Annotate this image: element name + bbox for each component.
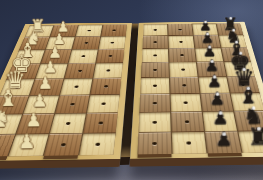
white-pawn: ♟ bbox=[18, 132, 36, 151]
square-d4 bbox=[90, 78, 121, 94]
square-a8: ♜ bbox=[238, 131, 263, 153]
square-g5 bbox=[142, 36, 167, 49]
square-c4 bbox=[87, 95, 119, 113]
square-a4 bbox=[79, 133, 115, 155]
square-e3 bbox=[65, 63, 96, 78]
square-a5 bbox=[138, 132, 172, 154]
square-g3 bbox=[72, 36, 100, 49]
black-pawn: ♟ bbox=[215, 130, 232, 149]
white-pawn: ♟ bbox=[32, 92, 48, 110]
square-e5 bbox=[141, 62, 169, 77]
square-b5 bbox=[139, 112, 171, 132]
square-c5 bbox=[140, 94, 171, 112]
square-c3 bbox=[55, 95, 89, 113]
square-g4 bbox=[99, 36, 126, 49]
square-a7: ♟ bbox=[205, 131, 241, 153]
board-right-half: ♟♜♟♞♟♝♟♚♟♛♟♝♟♞♟♜ bbox=[130, 22, 263, 167]
square-f5 bbox=[142, 49, 169, 63]
board-left-half: ♜♟♞♟♝♟♚♟♛♟♝♟♞♟♜♟ bbox=[0, 23, 132, 169]
right-half-squares: ♟♜♟♞♟♝♟♚♟♛♟♝♟♞♟♜ bbox=[138, 23, 263, 154]
square-e4 bbox=[93, 63, 122, 78]
square-b3 bbox=[50, 113, 86, 133]
square-g6 bbox=[168, 35, 194, 48]
white-pawn: ♟ bbox=[25, 111, 42, 129]
chess-board: ♜♟♞♟♝♟♚♟♛♟♝♟♞♟♜♟ ♟♜♟♞♟♝♟♚♟♛♟♝♟♞♟♜ bbox=[0, 22, 263, 170]
square-h3 bbox=[76, 25, 103, 37]
black-pawn: ♟ bbox=[209, 90, 225, 107]
square-d6 bbox=[170, 77, 200, 93]
white-rook: ♜ bbox=[0, 128, 3, 152]
black-pawn: ♟ bbox=[212, 109, 228, 127]
square-d5 bbox=[140, 77, 169, 93]
black-rook: ♜ bbox=[248, 124, 263, 148]
square-b6 bbox=[171, 112, 204, 132]
square-b4 bbox=[83, 113, 117, 133]
photo-background-cloth: ♜♟♞♟♝♟♚♟♛♟♝♟♞♟♜♟ ♟♜♟♞♟♝♟♚♟♛♟♝♟♞♟♜ bbox=[0, 0, 263, 180]
square-f3 bbox=[69, 49, 98, 63]
square-d3 bbox=[60, 78, 92, 94]
square-h6 bbox=[168, 24, 193, 36]
square-f6 bbox=[169, 48, 196, 62]
square-a3 bbox=[44, 134, 82, 156]
square-h4 bbox=[101, 24, 127, 36]
square-f4 bbox=[96, 49, 124, 63]
square-a6 bbox=[172, 132, 207, 154]
square-a2: ♟ bbox=[9, 134, 49, 156]
left-half-squares: ♜♟♞♟♝♟♚♟♛♟♝♟♞♟♜♟ bbox=[0, 24, 127, 156]
square-h5 bbox=[143, 24, 167, 36]
square-c6 bbox=[171, 94, 202, 112]
square-e6 bbox=[169, 62, 197, 77]
